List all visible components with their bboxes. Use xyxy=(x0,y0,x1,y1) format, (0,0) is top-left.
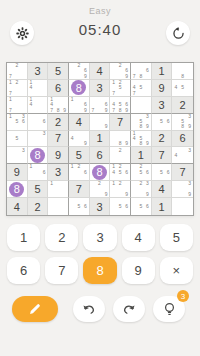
note-mark xyxy=(20,90,27,95)
cell-r7c8[interactable]: 56 xyxy=(152,164,173,181)
cell-value: 3 xyxy=(152,97,172,113)
cell-r5c8[interactable]: 2 xyxy=(152,131,173,148)
cell-r3c1[interactable]: 17 xyxy=(7,97,28,114)
note-mark: 9 xyxy=(123,107,130,112)
note-mark xyxy=(144,209,151,215)
note-mark: 9 xyxy=(103,107,110,112)
numpad-2[interactable]: 2 xyxy=(45,224,78,251)
gear-icon xyxy=(16,27,29,40)
cell-value: 5 xyxy=(28,181,48,197)
note-mark xyxy=(123,209,130,215)
note-mark: 9 xyxy=(103,192,110,197)
cell-notes: 56 xyxy=(131,198,151,215)
cell-r2c1[interactable]: 127 xyxy=(7,80,28,97)
cell-value: 3 xyxy=(28,63,48,79)
cell-r9c7[interactable]: 56 xyxy=(131,198,152,215)
note-mark xyxy=(179,158,186,163)
note-mark: 9 xyxy=(82,141,89,146)
cell-r1c6[interactable]: 269 xyxy=(110,63,131,80)
hint-badge: 3 xyxy=(177,290,189,302)
cell-r7c2[interactable]: 16 xyxy=(28,164,49,181)
cell-r6c4[interactable]: 5 xyxy=(69,147,90,164)
cell-value: 4 xyxy=(152,181,172,197)
cell-value: 8 xyxy=(7,181,27,197)
note-mark: 9 xyxy=(186,192,193,197)
cell-notes: 3589 xyxy=(131,114,151,130)
note-mark xyxy=(20,141,27,146)
cell-r1c9[interactable]: 8 xyxy=(172,63,193,80)
cell-value: 7 xyxy=(48,131,68,147)
note-mark: 9 xyxy=(123,192,130,197)
cell-r1c2[interactable]: 3 xyxy=(28,63,49,80)
cell-notes: 45 xyxy=(172,80,193,96)
numpad-8[interactable]: 8 xyxy=(83,257,116,284)
cell-r8c8[interactable]: 4 xyxy=(152,181,173,198)
cell-notes: 269 xyxy=(69,63,89,79)
note-mark xyxy=(179,90,186,95)
note-mark: 8 xyxy=(179,124,186,129)
cell-r9c9[interactable] xyxy=(172,198,193,215)
cell-notes: 56 xyxy=(110,198,130,215)
note-mark: 9 xyxy=(82,107,89,112)
cell-r2c4[interactable]: 8 xyxy=(69,80,90,97)
cell-notes: 6 xyxy=(28,114,48,130)
cell-r2c6[interactable]: 1257 xyxy=(110,80,131,97)
cell-r1c5[interactable]: 4 xyxy=(90,63,111,80)
numpad-1[interactable]: 1 xyxy=(7,224,40,251)
cell-r8c3[interactable]: 1 xyxy=(48,181,69,198)
cell-r4c5[interactable]: 9 xyxy=(90,114,111,131)
cell-r8c7[interactable]: 239 xyxy=(131,181,152,198)
note-mark: 9 xyxy=(123,74,130,79)
cell-notes: 3 xyxy=(28,131,48,147)
note-mark xyxy=(165,124,172,129)
cell-r1c3[interactable]: 5 xyxy=(48,63,69,80)
numpad-6[interactable]: 6 xyxy=(7,257,40,284)
cell-value: 7 xyxy=(152,147,172,163)
pencil-icon xyxy=(28,302,42,316)
cell-r4c4[interactable]: 4 xyxy=(69,114,90,131)
note-mark xyxy=(41,90,48,95)
cell-r2c5[interactable]: 3 xyxy=(90,80,111,97)
cell-value: 1 xyxy=(131,147,151,163)
cell-notes: 1257 xyxy=(110,80,130,96)
note-mark xyxy=(20,74,27,79)
cell-r6c8[interactable]: 7 xyxy=(152,147,173,164)
cell-value: 1 xyxy=(90,131,110,147)
cell-value: 2 xyxy=(152,131,172,147)
cell-value: 3 xyxy=(48,164,68,180)
cell-r6c1[interactable]: 3 xyxy=(7,147,28,164)
note-mark xyxy=(186,90,193,95)
numpad-row: 12345 xyxy=(7,224,193,251)
cell-r6c2[interactable]: 8 xyxy=(28,147,49,164)
cell-value: 2 xyxy=(172,97,193,113)
cell-notes: 3589 xyxy=(172,114,193,130)
cell-value: 2 xyxy=(48,114,68,130)
cell-r4c8[interactable]: 56 xyxy=(152,114,173,131)
note-mark xyxy=(186,158,193,163)
note-mark xyxy=(123,90,130,95)
settings-button[interactable] xyxy=(10,21,34,45)
cell-r1c4[interactable]: 269 xyxy=(69,63,90,80)
note-mark xyxy=(61,192,68,197)
cell-value: 6 xyxy=(172,131,193,147)
cell-notes: 269 xyxy=(110,63,130,79)
cell-notes: 678 xyxy=(131,63,151,79)
cell-r8c2[interactable]: 5 xyxy=(28,181,49,198)
cell-r3c7[interactable] xyxy=(131,97,152,114)
cell-r7c1[interactable]: 9 xyxy=(7,164,28,181)
cell-r4c3[interactable]: 2 xyxy=(48,114,69,131)
cell-r1c8[interactable]: 1 xyxy=(152,63,173,80)
note-mark xyxy=(123,158,130,163)
bottom-toolbar: 3 xyxy=(0,296,200,324)
note-mark xyxy=(172,74,179,79)
cell-r9c8[interactable]: 1 xyxy=(152,198,173,215)
restart-icon xyxy=(172,27,185,40)
cell-r3c2[interactable]: 14 xyxy=(28,97,49,114)
cell-notes: 49 xyxy=(69,131,89,147)
cell-r5c1[interactable]: 5 xyxy=(7,131,28,148)
cell-notes: 9 xyxy=(90,114,110,130)
note-mark xyxy=(172,124,179,129)
cell-r9c5[interactable]: 3 xyxy=(90,198,111,215)
cell-r6c5[interactable]: 6 xyxy=(90,147,111,164)
cell-notes: 679 xyxy=(90,97,110,113)
undo-icon xyxy=(82,303,96,315)
cell-value: 9 xyxy=(7,164,27,180)
cell-value: 8 xyxy=(69,80,89,96)
cell-notes: 56 xyxy=(152,164,172,180)
note-mark xyxy=(82,175,89,180)
cell-value: 6 xyxy=(48,80,68,96)
bulb-icon xyxy=(163,302,176,316)
top-bar: Easy 05:40 xyxy=(0,0,200,56)
cell-notes: 129 xyxy=(110,181,130,197)
cell-r7c5[interactable]: 8 xyxy=(90,164,111,181)
note-mark xyxy=(41,175,48,180)
cell-r9c1[interactable]: 4 xyxy=(7,198,28,215)
cell-r2c7[interactable]: 457 xyxy=(131,80,152,97)
numpad-9[interactable]: 9 xyxy=(122,257,155,284)
note-mark: 9 xyxy=(61,107,68,112)
cell-r2c3[interactable]: 6 xyxy=(48,80,69,97)
note-mark: 8 xyxy=(179,74,186,79)
undo-button[interactable] xyxy=(73,296,105,322)
cell-r6c9[interactable]: 34 xyxy=(172,147,193,164)
redo-icon xyxy=(122,303,136,315)
cell-r5c6[interactable]: 89 xyxy=(110,131,131,148)
cell-value: 8 xyxy=(28,147,48,163)
numpad-3[interactable]: 3 xyxy=(83,224,116,251)
cell-notes: 14589 xyxy=(131,131,151,147)
cell-r3c4[interactable]: 169 xyxy=(69,97,90,114)
cell-r3c8[interactable]: 3 xyxy=(152,97,173,114)
cell-notes: 16 xyxy=(28,164,48,180)
cell-r9c2[interactable]: 2 xyxy=(28,198,49,215)
cell-r9c4[interactable]: 56 xyxy=(69,198,90,215)
cell-r2c8[interactable]: 9 xyxy=(152,80,173,97)
cell-notes: 56 xyxy=(152,114,172,130)
cell-notes: 39 xyxy=(172,181,193,197)
cell-value: 7 xyxy=(69,181,89,197)
cell-r9c6[interactable]: 56 xyxy=(110,198,131,215)
note-mark xyxy=(20,124,27,129)
cell-value: 4 xyxy=(90,63,110,79)
cell-notes: 27 xyxy=(7,63,27,79)
cell-value: 4 xyxy=(7,198,27,215)
cell-r5c9[interactable]: 6 xyxy=(172,131,193,148)
note-mark xyxy=(41,107,48,112)
cell-r5c4[interactable]: 49 xyxy=(69,131,90,148)
redo-button[interactable] xyxy=(113,296,145,322)
note-mark: 9 xyxy=(144,192,151,197)
note-mark xyxy=(20,107,27,112)
cell-r6c6[interactable]: 2 xyxy=(110,147,131,164)
note-mark xyxy=(172,90,179,95)
erase-button[interactable]: × xyxy=(160,257,193,284)
cell-value: 9 xyxy=(48,147,68,163)
cell-value: 7 xyxy=(110,114,130,130)
cell-notes: 14 xyxy=(28,97,48,113)
cell-notes: 29 xyxy=(90,181,110,197)
cell-notes: 127 xyxy=(7,80,27,96)
cell-r9c3[interactable] xyxy=(48,198,69,215)
cell-r7c4[interactable]: 126 xyxy=(69,164,90,181)
note-mark xyxy=(186,74,193,79)
cell-notes: 56 xyxy=(69,198,89,215)
cell-r5c2[interactable]: 3 xyxy=(28,131,49,148)
cell-r3c6[interactable]: 456789 xyxy=(110,97,131,114)
cell-value: 2 xyxy=(28,198,48,215)
note-mark: 9 xyxy=(103,124,110,129)
note-mark xyxy=(165,175,172,180)
cell-r2c2[interactable]: 14 xyxy=(28,80,49,97)
note-mark xyxy=(82,209,89,215)
notes-toggle-button[interactable] xyxy=(12,296,58,322)
cell-r7c7[interactable]: 256 xyxy=(131,164,152,181)
cell-r7c6[interactable]: 12456 xyxy=(110,164,131,181)
cell-r4c7[interactable]: 3589 xyxy=(131,114,152,131)
cell-r8c6[interactable]: 129 xyxy=(110,181,131,198)
cell-notes: 3 xyxy=(7,147,27,163)
cell-notes: 89 xyxy=(110,131,130,147)
cell-notes: 239 xyxy=(131,181,151,197)
cell-value: 6 xyxy=(90,147,110,163)
cell-r3c9[interactable]: 2 xyxy=(172,97,193,114)
cell-r5c5[interactable]: 1 xyxy=(90,131,111,148)
cell-r4c9[interactable]: 3589 xyxy=(172,114,193,131)
note-mark: 9 xyxy=(123,141,130,146)
note-mark xyxy=(172,192,179,197)
note-mark xyxy=(41,124,48,129)
cell-r7c3[interactable]: 3 xyxy=(48,164,69,181)
note-mark xyxy=(172,158,179,163)
cell-notes: 169 xyxy=(69,97,89,113)
cell-notes: 17 xyxy=(7,97,27,113)
cell-r6c7[interactable]: 1 xyxy=(131,147,152,164)
cell-notes: 12456 xyxy=(110,164,130,180)
cell-r4c6[interactable]: 7 xyxy=(110,114,131,131)
cell-r1c1[interactable]: 27 xyxy=(7,63,28,80)
note-mark xyxy=(144,74,151,79)
numpad-row: 6789× xyxy=(7,257,193,284)
cell-notes: 456789 xyxy=(110,97,130,113)
cell-r8c9[interactable]: 39 xyxy=(172,181,193,198)
note-mark xyxy=(144,90,151,95)
note-mark xyxy=(179,192,186,197)
cell-r1c7[interactable]: 678 xyxy=(131,63,152,80)
cell-r4c2[interactable]: 6 xyxy=(28,114,49,131)
cell-r4c1[interactable]: 1356 xyxy=(7,114,28,131)
note-mark: 9 xyxy=(186,124,193,129)
cell-value: 3 xyxy=(90,198,110,215)
difficulty-label: Easy xyxy=(0,6,200,16)
cell-notes: 1 xyxy=(48,181,68,197)
cell-value: 4 xyxy=(69,114,89,130)
note-mark: 9 xyxy=(144,124,151,129)
note-mark xyxy=(123,175,130,180)
cell-value: 3 xyxy=(90,80,110,96)
cell-value: 1 xyxy=(152,63,172,79)
cell-r5c7[interactable]: 14589 xyxy=(131,131,152,148)
cell-r6c3[interactable]: 9 xyxy=(48,147,69,164)
cell-r8c5[interactable]: 29 xyxy=(90,181,111,198)
cell-value: 5 xyxy=(69,147,89,163)
cell-value: 7 xyxy=(172,164,193,180)
cell-notes: 457 xyxy=(131,80,151,96)
cell-r5c3[interactable]: 7 xyxy=(48,131,69,148)
cell-notes: 5 xyxy=(7,131,27,147)
note-mark xyxy=(41,141,48,146)
cell-r8c1[interactable]: 8 xyxy=(7,181,28,198)
sudoku-board: 2735269426967818127146831257457945171414… xyxy=(6,62,194,216)
note-mark xyxy=(20,158,27,163)
cell-notes: 14789 xyxy=(48,97,68,113)
cell-notes: 1356 xyxy=(7,114,27,130)
note-mark: 9 xyxy=(144,141,151,146)
restart-button[interactable] xyxy=(166,21,190,45)
cell-notes: 256 xyxy=(131,164,151,180)
cell-r7c9[interactable]: 7 xyxy=(172,164,193,181)
note-mark: 9 xyxy=(82,74,89,79)
numpad-7[interactable]: 7 xyxy=(45,257,78,284)
cell-notes: 2 xyxy=(110,147,130,163)
cell-value: 9 xyxy=(152,80,172,96)
cell-value: 5 xyxy=(48,63,68,79)
cell-value: 1 xyxy=(152,198,172,215)
cell-notes: 14 xyxy=(28,80,48,96)
cell-notes: 8 xyxy=(172,63,193,79)
cell-value: 8 xyxy=(90,164,110,180)
cell-notes: 34 xyxy=(172,147,193,163)
cell-r3c3[interactable]: 14789 xyxy=(48,97,69,114)
numpad-4[interactable]: 4 xyxy=(122,224,155,251)
numpad-5[interactable]: 5 xyxy=(160,224,193,251)
cell-notes: 126 xyxy=(69,164,89,180)
cell-r2c9[interactable]: 45 xyxy=(172,80,193,97)
cell-r3c5[interactable]: 679 xyxy=(90,97,111,114)
cell-r8c4[interactable]: 7 xyxy=(69,181,90,198)
